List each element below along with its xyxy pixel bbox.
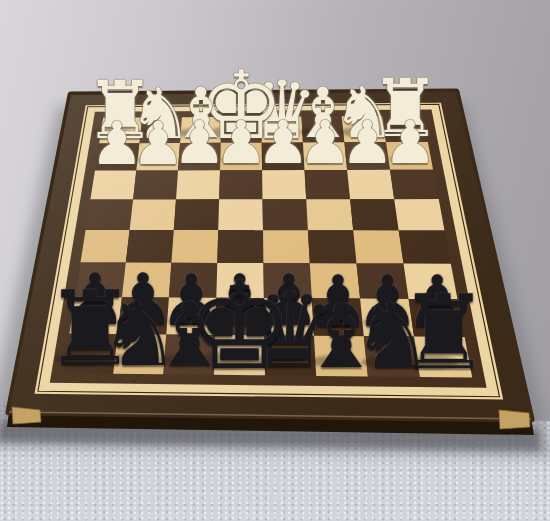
piece-white-pawn-h2[interactable]: ♟ xyxy=(90,114,143,173)
photo-stage: ♜♞♝♛♚♝♞♜♟♟♟♟♟♟♟♟♟♟♟♟♟♟♟♟♜♞♝♛♚♝♞♜ xyxy=(0,0,550,521)
brass-corner-left xyxy=(12,407,41,424)
piece-black-rook-h8[interactable]: ♜ xyxy=(44,279,136,381)
brass-corner-right xyxy=(499,410,530,429)
